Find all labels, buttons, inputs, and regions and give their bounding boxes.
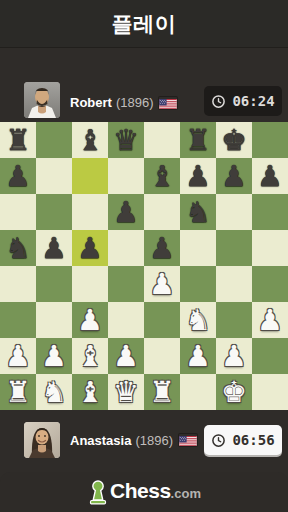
square-f2[interactable]: ♟ [180, 338, 216, 374]
footer: Chess.com [0, 472, 288, 512]
black-rook: ♜ [0, 122, 36, 158]
square-e1[interactable]: ♜ [144, 374, 180, 410]
square-g5[interactable] [216, 230, 252, 266]
us-flag-icon [159, 97, 177, 109]
square-c7[interactable] [72, 158, 108, 194]
player-bar: Anastasia (1896) [0, 410, 288, 470]
square-g1[interactable]: ♚ [216, 374, 252, 410]
black-knight: ♞ [0, 230, 36, 266]
square-f1[interactable] [180, 374, 216, 410]
square-c6[interactable] [72, 194, 108, 230]
black-pawn: ♟ [108, 194, 144, 230]
white-bishop: ♝ [72, 338, 108, 374]
square-g3[interactable] [216, 302, 252, 338]
square-h8[interactable] [252, 122, 288, 158]
black-knight: ♞ [180, 194, 216, 230]
square-g2[interactable]: ♟ [216, 338, 252, 374]
square-a2[interactable]: ♟ [0, 338, 36, 374]
square-d2[interactable]: ♟ [108, 338, 144, 374]
square-a6[interactable] [0, 194, 36, 230]
player-time: 06:56 [232, 432, 274, 448]
green-pawn-icon [87, 479, 109, 505]
square-g6[interactable] [216, 194, 252, 230]
square-f8[interactable]: ♜ [180, 122, 216, 158]
square-a1[interactable]: ♜ [0, 374, 36, 410]
square-h2[interactable] [252, 338, 288, 374]
player-name[interactable]: Anastasia [70, 433, 131, 448]
opponent-info: Robert (1896) [70, 95, 204, 118]
square-e2[interactable] [144, 338, 180, 374]
square-e8[interactable] [144, 122, 180, 158]
square-h4[interactable] [252, 266, 288, 302]
square-d5[interactable] [108, 230, 144, 266]
square-c5[interactable]: ♟ [72, 230, 108, 266]
square-f3[interactable]: ♞ [180, 302, 216, 338]
opponent-clock: 06:24 [204, 86, 282, 116]
white-pawn: ♟ [36, 338, 72, 374]
square-c8[interactable]: ♝ [72, 122, 108, 158]
page-title: 플레이 [112, 10, 177, 38]
square-e3[interactable] [144, 302, 180, 338]
player-rating: (1896) [135, 433, 173, 448]
header: 플레이 [0, 0, 288, 47]
square-b6[interactable] [36, 194, 72, 230]
clock-icon [211, 94, 226, 109]
black-pawn: ♟ [180, 158, 216, 194]
square-d3[interactable] [108, 302, 144, 338]
white-pawn: ♟ [252, 302, 288, 338]
square-g8[interactable]: ♚ [216, 122, 252, 158]
white-pawn: ♟ [216, 338, 252, 374]
white-rook: ♜ [0, 374, 36, 410]
white-pawn: ♟ [0, 338, 36, 374]
square-h3[interactable]: ♟ [252, 302, 288, 338]
chesscom-logo[interactable]: Chess.com [87, 479, 201, 505]
square-d8[interactable]: ♛ [108, 122, 144, 158]
black-rook: ♜ [180, 122, 216, 158]
black-bishop: ♝ [144, 158, 180, 194]
black-pawn: ♟ [252, 158, 288, 194]
opponent-avatar[interactable] [24, 82, 60, 118]
anastasia-portrait [24, 422, 60, 458]
square-b5[interactable]: ♟ [36, 230, 72, 266]
black-pawn: ♟ [144, 230, 180, 266]
player-clock: 06:56 [204, 425, 282, 455]
square-h6[interactable] [252, 194, 288, 230]
opponent-rating: (1896) [116, 95, 154, 110]
white-pawn: ♟ [72, 302, 108, 338]
player-info: Anastasia (1896) [70, 433, 204, 448]
square-b7[interactable] [36, 158, 72, 194]
square-a7[interactable]: ♟ [0, 158, 36, 194]
black-pawn: ♟ [216, 158, 252, 194]
white-pawn: ♟ [180, 338, 216, 374]
square-b4[interactable] [36, 266, 72, 302]
black-pawn: ♟ [0, 158, 36, 194]
white-knight: ♞ [180, 302, 216, 338]
white-queen: ♛ [108, 374, 144, 410]
square-b1[interactable]: ♞ [36, 374, 72, 410]
black-pawn: ♟ [36, 230, 72, 266]
square-g7[interactable]: ♟ [216, 158, 252, 194]
square-a8[interactable]: ♜ [0, 122, 36, 158]
opponent-time: 06:24 [232, 93, 274, 109]
black-queen: ♛ [108, 122, 144, 158]
tld-text: .com [171, 486, 201, 501]
white-bishop: ♝ [72, 374, 108, 410]
black-bishop: ♝ [72, 122, 108, 158]
square-d7[interactable] [108, 158, 144, 194]
opponent-name[interactable]: Robert [70, 95, 112, 110]
square-g4[interactable] [216, 266, 252, 302]
white-rook: ♜ [144, 374, 180, 410]
square-f5[interactable] [180, 230, 216, 266]
square-c2[interactable]: ♝ [72, 338, 108, 374]
square-d6[interactable]: ♟ [108, 194, 144, 230]
square-a4[interactable] [0, 266, 36, 302]
square-b2[interactable]: ♟ [36, 338, 72, 374]
clock-icon [211, 433, 226, 448]
square-c1[interactable]: ♝ [72, 374, 108, 410]
square-h5[interactable] [252, 230, 288, 266]
white-knight: ♞ [36, 374, 72, 410]
black-pawn: ♟ [72, 230, 108, 266]
chess-board: ♜♝♛♜♚♟♝♟♟♟♟♞♞♟♟♟♟♟♞♟♟♟♝♟♟♟♜♞♝♛♜♚ [0, 122, 288, 410]
white-king: ♚ [216, 374, 252, 410]
square-e7[interactable]: ♝ [144, 158, 180, 194]
square-f7[interactable]: ♟ [180, 158, 216, 194]
white-pawn: ♟ [108, 338, 144, 374]
square-c3[interactable]: ♟ [72, 302, 108, 338]
square-c4[interactable] [72, 266, 108, 302]
square-h7[interactable]: ♟ [252, 158, 288, 194]
square-h1[interactable] [252, 374, 288, 410]
square-a3[interactable] [0, 302, 36, 338]
square-b3[interactable] [36, 302, 72, 338]
brand-text: Chess [110, 479, 171, 503]
us-flag-icon [179, 434, 197, 446]
opponent-bar: Robert (1896) [0, 47, 288, 122]
square-d1[interactable]: ♛ [108, 374, 144, 410]
square-e5[interactable]: ♟ [144, 230, 180, 266]
square-e4[interactable]: ♟ [144, 266, 180, 302]
square-a5[interactable]: ♞ [0, 230, 36, 266]
square-f6[interactable]: ♞ [180, 194, 216, 230]
chess-app: 플레이 Robert (1896) [0, 0, 288, 512]
player-avatar[interactable] [24, 422, 60, 458]
square-f4[interactable] [180, 266, 216, 302]
white-pawn: ♟ [144, 266, 180, 302]
square-e6[interactable] [144, 194, 180, 230]
robert-portrait [24, 82, 60, 118]
black-king: ♚ [216, 122, 252, 158]
square-d4[interactable] [108, 266, 144, 302]
square-b8[interactable] [36, 122, 72, 158]
